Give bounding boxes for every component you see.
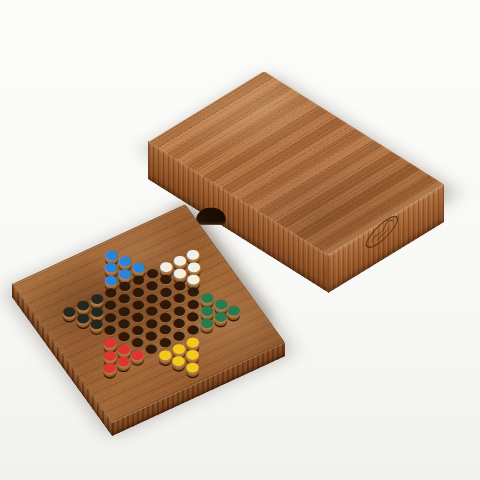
peg-yellow[interactable]: ● xyxy=(182,359,203,375)
product-photo-scene: ●●●●●●●●●●●●●●●●●●●●●●●●●●●●●●●●●●●●●●●●… xyxy=(0,0,480,480)
